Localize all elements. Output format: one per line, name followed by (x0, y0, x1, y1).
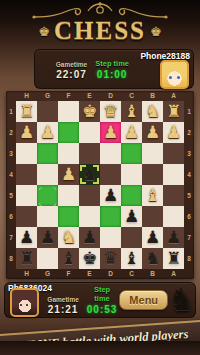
square-e5[interactable] (79, 185, 100, 206)
rank-label-5: 5 (184, 185, 194, 206)
rank-label-5: 5 (6, 185, 16, 206)
square-c2[interactable]: ♟ (121, 122, 142, 143)
piece-black-P-h7: ♟ (19, 229, 34, 246)
board-corner (6, 91, 16, 101)
opponent-gametime-value: 22:07 (56, 69, 87, 80)
square-g6[interactable] (37, 206, 58, 227)
rank-label-3: 3 (6, 143, 16, 164)
square-h4[interactable] (16, 164, 37, 185)
piece-white-P-c2: ♟ (124, 124, 139, 141)
square-d3[interactable] (100, 143, 121, 164)
piece-black-B-f8: ♝ (61, 250, 76, 267)
rank-label-8: 8 (184, 248, 194, 269)
file-label-h: H (16, 269, 37, 279)
file-label-d: D (100, 91, 121, 101)
file-label-e: E (79, 269, 100, 279)
square-d7[interactable] (100, 227, 121, 248)
rank-label-2: 2 (6, 122, 16, 143)
player-avatar (10, 288, 39, 317)
square-b8[interactable]: ♞ (142, 248, 163, 269)
piece-white-Q-d1: ♛ (103, 103, 118, 120)
square-d4[interactable] (100, 164, 121, 185)
square-a3[interactable] (163, 143, 184, 164)
file-label-b: B (142, 91, 163, 101)
opponent-identity: Phone28188 (129, 50, 193, 88)
square-d8[interactable]: ♛ (100, 248, 121, 269)
player-identity: Ph6836024 (5, 283, 47, 317)
file-label-f: F (58, 269, 79, 279)
square-g8[interactable] (37, 248, 58, 269)
piece-black-P-g7: ♟ (40, 229, 55, 246)
square-g1[interactable] (37, 101, 58, 122)
square-a5[interactable] (163, 185, 184, 206)
square-h1[interactable]: ♜ (16, 101, 37, 122)
piece-white-N-b1: ♞ (145, 103, 160, 120)
piece-white-P-h2: ♟ (19, 124, 34, 141)
player-gametime-value: 21:21 (47, 304, 78, 315)
rank-label-8: 8 (6, 248, 16, 269)
square-b2[interactable]: ♟ (142, 122, 163, 143)
square-f3[interactable] (58, 143, 79, 164)
square-g2[interactable]: ♟ (37, 122, 58, 143)
piece-white-B-c1: ♝ (124, 103, 139, 120)
opponent-gametime-label: Gametime (56, 61, 87, 68)
square-a8[interactable]: ♜ (163, 248, 184, 269)
opponent-clocks: Gametime Step time 22:07 01:00 (56, 59, 129, 80)
square-h5[interactable] (16, 185, 37, 206)
square-b4[interactable] (142, 164, 163, 185)
file-label-f: F (58, 91, 79, 101)
square-c1[interactable]: ♝ (121, 101, 142, 122)
file-label-a: A (163, 91, 184, 101)
piece-white-P-b2: ♟ (145, 124, 160, 141)
piece-black-P-b7: ♟ (145, 229, 160, 246)
piece-black-B-c8: ♝ (124, 250, 139, 267)
piece-white-P-g2: ♟ (40, 124, 55, 141)
square-b7[interactable]: ♟ (142, 227, 163, 248)
rank-label-7: 7 (6, 227, 16, 248)
square-g7[interactable]: ♟ (37, 227, 58, 248)
square-b6[interactable] (142, 206, 163, 227)
piece-white-P-f4: ♟ (61, 166, 76, 183)
rank-labels-left: 12345678 (6, 101, 16, 269)
square-e2[interactable] (79, 122, 100, 143)
chess-board: HGFEDCBA 12345678 ♜♚♛♝♞♜♟♟♟♟♟♟♟♞♟♝♟♟♟♞♟♟… (6, 91, 194, 279)
piece-white-N-f7: ♞ (61, 229, 76, 246)
piece-black-Q-d8: ♛ (103, 250, 118, 267)
rank-label-4: 4 (184, 164, 194, 185)
rank-label-4: 4 (6, 164, 16, 185)
piece-black-P-d5: ♟ (103, 187, 118, 204)
rank-label-1: 1 (184, 101, 194, 122)
piece-black-K-e8: ♚ (82, 250, 97, 267)
file-label-g: G (37, 269, 58, 279)
board-corner (6, 269, 16, 279)
rank-label-6: 6 (184, 206, 194, 227)
file-label-h: H (16, 91, 37, 101)
piece-black-P-a7: ♟ (166, 229, 181, 246)
square-b1[interactable]: ♞ (142, 101, 163, 122)
square-f4[interactable]: ♟ (58, 164, 79, 185)
rank-labels-right: 12345678 (184, 101, 194, 269)
square-c8[interactable]: ♝ (121, 248, 142, 269)
file-labels-bottom: HGFEDCBA (16, 269, 184, 279)
square-h6[interactable] (16, 206, 37, 227)
square-f7[interactable]: ♞ (58, 227, 79, 248)
footer-strip (0, 341, 200, 355)
square-f2[interactable] (58, 122, 79, 143)
square-g5[interactable] (37, 185, 58, 206)
piece-black-N-b8: ♞ (145, 250, 160, 267)
square-c5[interactable] (121, 185, 142, 206)
opponent-steptime-value: 01:00 (95, 69, 129, 80)
board-grid: ♜♚♛♝♞♜♟♟♟♟♟♟♟♞♟♝♟♟♟♞♟♟♟♜♝♚♛♝♞♜ (16, 101, 184, 269)
file-label-a: A (163, 269, 184, 279)
player-clocks: Gametime Step time 21:21 00:53 (47, 285, 117, 315)
crown-icon-right: ♚ (150, 24, 162, 39)
opponent-panel: Gametime Step time 22:07 01:00 Phone2818… (34, 49, 194, 89)
piece-black-R-a8: ♜ (166, 250, 181, 267)
square-e3[interactable] (79, 143, 100, 164)
black-knight-icon: ♞ (168, 285, 195, 315)
square-c3[interactable] (121, 143, 142, 164)
rank-label-6: 6 (6, 206, 16, 227)
square-a4[interactable] (163, 164, 184, 185)
piece-black-N-e4: ♞ (82, 166, 97, 183)
player-gametime-label: Gametime (47, 296, 78, 303)
opponent-avatar (160, 60, 189, 89)
square-e1[interactable]: ♚ (79, 101, 100, 122)
rank-label-3: 3 (184, 143, 194, 164)
square-c4[interactable] (121, 164, 142, 185)
piece-white-B-b5: ♝ (145, 187, 160, 204)
opponent-steptime-label: Step time (95, 59, 129, 68)
square-f1[interactable] (58, 101, 79, 122)
square-d2[interactable]: ♟ (100, 122, 121, 143)
piece-white-P-d2: ♟ (103, 124, 118, 141)
square-a2[interactable]: ♟ (163, 122, 184, 143)
piece-white-K-e1: ♚ (82, 103, 97, 120)
square-e7[interactable]: ♟ (79, 227, 100, 248)
file-label-e: E (79, 91, 100, 101)
square-g4[interactable] (37, 164, 58, 185)
square-b3[interactable] (142, 143, 163, 164)
rank-label-1: 1 (6, 101, 16, 122)
board-corner (184, 91, 194, 101)
header: ♚ CHESS ♚ (0, 1, 200, 47)
square-h7[interactable]: ♟ (16, 227, 37, 248)
square-b5[interactable]: ♝ (142, 185, 163, 206)
player-panel: Ph6836024 Gametime Step time 21:21 00:53… (4, 282, 196, 318)
piece-white-R-a1: ♜ (166, 103, 181, 120)
square-d6[interactable] (100, 206, 121, 227)
square-h3[interactable] (16, 143, 37, 164)
square-f6[interactable] (58, 206, 79, 227)
crown-icon-left: ♚ (38, 24, 50, 39)
board-corner (184, 269, 194, 279)
rank-label-2: 2 (184, 122, 194, 143)
square-d1[interactable]: ♛ (100, 101, 121, 122)
file-label-c: C (121, 269, 142, 279)
square-a7[interactable]: ♟ (163, 227, 184, 248)
square-a1[interactable]: ♜ (163, 101, 184, 122)
square-e4[interactable]: ♞ (79, 164, 100, 185)
player-steptime-value: 00:53 (87, 304, 118, 315)
piece-black-P-c6: ♟ (124, 208, 139, 225)
file-label-b: B (142, 269, 163, 279)
square-h8[interactable]: ♜ (16, 248, 37, 269)
file-label-g: G (37, 91, 58, 101)
piece-black-R-h8: ♜ (19, 250, 34, 267)
rank-label-7: 7 (184, 227, 194, 248)
square-g3[interactable] (37, 143, 58, 164)
square-d5[interactable]: ♟ (100, 185, 121, 206)
square-e6[interactable] (79, 206, 100, 227)
file-label-d: D (100, 269, 121, 279)
piece-white-R-h1: ♜ (19, 103, 34, 120)
square-f8[interactable]: ♝ (58, 248, 79, 269)
square-h2[interactable]: ♟ (16, 122, 37, 143)
file-labels-top: HGFEDCBA (16, 91, 184, 101)
square-a6[interactable] (163, 206, 184, 227)
app-screen: ♚ CHESS ♚ Gametime Step time 22:07 01:00… (0, 0, 200, 355)
piece-black-P-e7: ♟ (82, 229, 97, 246)
square-e8[interactable]: ♚ (79, 248, 100, 269)
menu-button[interactable]: Menu (119, 290, 168, 310)
file-label-c: C (121, 91, 142, 101)
piece-white-P-a2: ♟ (166, 124, 181, 141)
page-title: CHESS (54, 17, 146, 45)
player-steptime-label: Step time (87, 285, 118, 303)
square-f5[interactable] (58, 185, 79, 206)
square-c6[interactable]: ♟ (121, 206, 142, 227)
square-c7[interactable] (121, 227, 142, 248)
